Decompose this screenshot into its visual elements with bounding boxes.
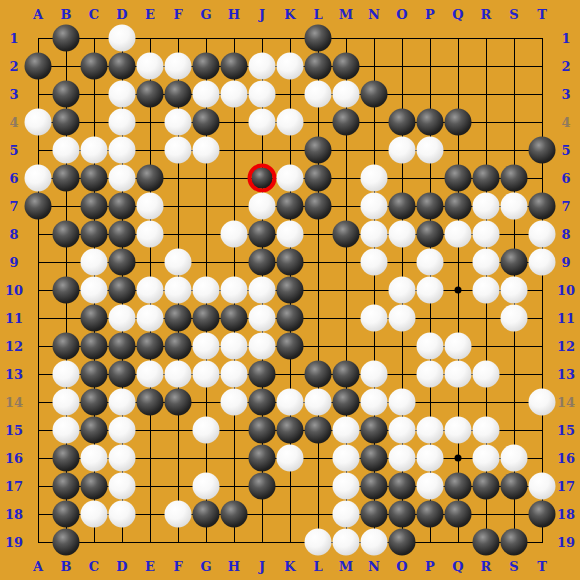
row-label-right: 11 xyxy=(557,312,575,325)
black-stone-C17 xyxy=(81,473,108,500)
intersection-E5[interactable] xyxy=(136,136,164,164)
intersection-N4[interactable] xyxy=(360,108,388,136)
row-label-left: 16 xyxy=(5,452,23,465)
white-stone-H14 xyxy=(221,389,248,416)
intersection-N2[interactable] xyxy=(360,52,388,80)
intersection-S8[interactable] xyxy=(500,220,528,248)
intersection-H15[interactable] xyxy=(220,416,248,444)
intersection-F16[interactable] xyxy=(164,444,192,472)
intersection-Q11[interactable] xyxy=(444,304,472,332)
black-stone-C7 xyxy=(81,193,108,220)
col-label-top: P xyxy=(425,8,435,21)
intersection-J18[interactable] xyxy=(248,500,276,528)
intersection-R12[interactable] xyxy=(472,332,500,360)
white-stone-T9 xyxy=(529,249,556,276)
col-label-top: K xyxy=(284,8,295,21)
black-stone-L15 xyxy=(305,417,332,444)
intersection-L12[interactable] xyxy=(304,332,332,360)
white-stone-B15 xyxy=(53,417,80,444)
intersection-N12[interactable] xyxy=(360,332,388,360)
white-stone-J2 xyxy=(249,53,276,80)
col-label-bottom: E xyxy=(145,560,155,573)
white-stone-C16 xyxy=(81,445,108,472)
intersection-G9[interactable] xyxy=(192,248,220,276)
white-stone-G10 xyxy=(193,277,220,304)
intersection-H7[interactable] xyxy=(220,192,248,220)
white-stone-C18 xyxy=(81,501,108,528)
white-stone-M18 xyxy=(333,501,360,528)
black-stone-H11 xyxy=(221,305,248,332)
black-stone-T18 xyxy=(529,501,556,528)
col-label-top: O xyxy=(396,8,407,21)
intersection-S2[interactable] xyxy=(500,52,528,80)
black-stone-K12 xyxy=(277,333,304,360)
black-stone-T7 xyxy=(529,193,556,220)
intersection-F19[interactable] xyxy=(164,528,192,556)
intersection-N10[interactable] xyxy=(360,276,388,304)
intersection-A3[interactable] xyxy=(24,80,52,108)
intersection-K5[interactable] xyxy=(276,136,304,164)
intersection-O1[interactable] xyxy=(388,24,416,52)
intersection-S5[interactable] xyxy=(500,136,528,164)
intersection-M1[interactable] xyxy=(332,24,360,52)
row-label-right: 19 xyxy=(557,536,575,549)
intersection-F1[interactable] xyxy=(164,24,192,52)
black-stone-Q7 xyxy=(445,193,472,220)
black-stone-L6 xyxy=(305,165,332,192)
row-label-right: 4 xyxy=(561,116,570,129)
white-stone-P10 xyxy=(417,277,444,304)
col-label-top: H xyxy=(228,8,240,21)
intersection-Q2[interactable] xyxy=(444,52,472,80)
row-label-left: 4 xyxy=(9,116,18,129)
white-stone-Q15 xyxy=(445,417,472,444)
col-label-top: A xyxy=(33,8,43,21)
white-stone-L14 xyxy=(305,389,332,416)
intersection-Q1[interactable] xyxy=(444,24,472,52)
black-stone-C2 xyxy=(81,53,108,80)
intersection-Q14[interactable] xyxy=(444,388,472,416)
white-stone-E13 xyxy=(137,361,164,388)
white-stone-Q13 xyxy=(445,361,472,388)
intersection-A11[interactable] xyxy=(24,304,52,332)
intersection-S12[interactable] xyxy=(500,332,528,360)
black-stone-R17 xyxy=(473,473,500,500)
white-stone-M19 xyxy=(333,529,360,556)
intersection-K3[interactable] xyxy=(276,80,304,108)
white-stone-F4 xyxy=(165,109,192,136)
white-stone-R8 xyxy=(473,221,500,248)
white-stone-G13 xyxy=(193,361,220,388)
intersection-N1[interactable] xyxy=(360,24,388,52)
intersection-F17[interactable] xyxy=(164,472,192,500)
white-stone-F5 xyxy=(165,137,192,164)
black-stone-L7 xyxy=(305,193,332,220)
intersection-L9[interactable] xyxy=(304,248,332,276)
intersection-S13[interactable] xyxy=(500,360,528,388)
white-stone-C9 xyxy=(81,249,108,276)
black-stone-M4 xyxy=(333,109,360,136)
intersection-C19[interactable] xyxy=(80,528,108,556)
col-label-bottom: G xyxy=(200,560,211,573)
white-stone-N9 xyxy=(361,249,388,276)
intersection-B7[interactable] xyxy=(52,192,80,220)
intersection-B9[interactable] xyxy=(52,248,80,276)
black-stone-D10 xyxy=(109,277,136,304)
intersection-A1[interactable] xyxy=(24,24,52,52)
white-stone-R9 xyxy=(473,249,500,276)
intersection-T11[interactable] xyxy=(528,304,556,332)
intersection-T16[interactable] xyxy=(528,444,556,472)
intersection-H5[interactable] xyxy=(220,136,248,164)
intersection-E17[interactable] xyxy=(136,472,164,500)
white-stone-P5 xyxy=(417,137,444,164)
white-stone-H3 xyxy=(221,81,248,108)
intersection-F15[interactable] xyxy=(164,416,192,444)
intersection-A12[interactable] xyxy=(24,332,52,360)
white-stone-H12 xyxy=(221,333,248,360)
white-stone-N13 xyxy=(361,361,388,388)
intersection-M11[interactable] xyxy=(332,304,360,332)
intersection-T10[interactable] xyxy=(528,276,556,304)
black-stone-F12 xyxy=(165,333,192,360)
intersection-S3[interactable] xyxy=(500,80,528,108)
white-stone-G12 xyxy=(193,333,220,360)
intersection-J5[interactable] xyxy=(248,136,276,164)
intersection-G1[interactable] xyxy=(192,24,220,52)
row-label-left: 18 xyxy=(5,508,23,521)
intersection-A5[interactable] xyxy=(24,136,52,164)
intersection-A19[interactable] xyxy=(24,528,52,556)
black-stone-F14 xyxy=(165,389,192,416)
intersection-E18[interactable] xyxy=(136,500,164,528)
intersection-R3[interactable] xyxy=(472,80,500,108)
intersection-P14[interactable] xyxy=(416,388,444,416)
intersection-A9[interactable] xyxy=(24,248,52,276)
white-stone-E7 xyxy=(137,193,164,220)
black-stone-B16 xyxy=(53,445,80,472)
intersection-O13[interactable] xyxy=(388,360,416,388)
white-stone-N8 xyxy=(361,221,388,248)
black-stone-N17 xyxy=(361,473,388,500)
col-label-bottom: O xyxy=(396,560,407,573)
intersection-Q19[interactable] xyxy=(444,528,472,556)
intersection-A14[interactable] xyxy=(24,388,52,416)
intersection-B2[interactable] xyxy=(52,52,80,80)
col-label-top: S xyxy=(509,8,518,21)
white-stone-N7 xyxy=(361,193,388,220)
col-label-top: R xyxy=(481,8,492,21)
intersection-D19[interactable] xyxy=(108,528,136,556)
black-stone-J13 xyxy=(249,361,276,388)
intersection-L8[interactable] xyxy=(304,220,332,248)
row-label-right: 13 xyxy=(557,368,575,381)
intersection-P2[interactable] xyxy=(416,52,444,80)
intersection-T3[interactable] xyxy=(528,80,556,108)
col-label-top: G xyxy=(200,8,211,21)
intersection-G19[interactable] xyxy=(192,528,220,556)
intersection-G6[interactable] xyxy=(192,164,220,192)
intersection-K17[interactable] xyxy=(276,472,304,500)
black-stone-M8 xyxy=(333,221,360,248)
intersection-O9[interactable] xyxy=(388,248,416,276)
black-stone-B19 xyxy=(53,529,80,556)
row-label-right: 7 xyxy=(561,200,570,213)
intersection-H4[interactable] xyxy=(220,108,248,136)
intersection-R14[interactable] xyxy=(472,388,500,416)
black-stone-P7 xyxy=(417,193,444,220)
white-stone-S7 xyxy=(501,193,528,220)
row-label-left: 10 xyxy=(5,284,23,297)
col-label-bottom: K xyxy=(284,560,295,573)
intersection-L10[interactable] xyxy=(304,276,332,304)
black-stone-L1 xyxy=(305,25,332,52)
white-stone-D4 xyxy=(109,109,136,136)
white-stone-B13 xyxy=(53,361,80,388)
intersection-T19[interactable] xyxy=(528,528,556,556)
intersection-P19[interactable] xyxy=(416,528,444,556)
intersection-A10[interactable] xyxy=(24,276,52,304)
black-stone-N15 xyxy=(361,417,388,444)
black-stone-J16 xyxy=(249,445,276,472)
row-label-right: 1 xyxy=(561,32,570,45)
white-stone-A4 xyxy=(25,109,52,136)
white-stone-M15 xyxy=(333,417,360,444)
intersection-O12[interactable] xyxy=(388,332,416,360)
intersection-P11[interactable] xyxy=(416,304,444,332)
black-stone-Q18 xyxy=(445,501,472,528)
white-stone-L3 xyxy=(305,81,332,108)
intersection-K1[interactable] xyxy=(276,24,304,52)
intersection-M6[interactable] xyxy=(332,164,360,192)
intersection-O6[interactable] xyxy=(388,164,416,192)
intersection-H9[interactable] xyxy=(220,248,248,276)
row-label-left: 15 xyxy=(5,424,23,437)
white-stone-D6 xyxy=(109,165,136,192)
go-board: AABBCCDDEEFFGGHHJJKKLLMMNNOOPPQQRRSSTT11… xyxy=(0,0,580,580)
intersection-T13[interactable] xyxy=(528,360,556,388)
black-stone-Q4 xyxy=(445,109,472,136)
black-stone-O19 xyxy=(389,529,416,556)
row-label-left: 9 xyxy=(9,256,18,269)
intersection-E19[interactable] xyxy=(136,528,164,556)
intersection-R18[interactable] xyxy=(472,500,500,528)
intersection-J1[interactable] xyxy=(248,24,276,52)
intersection-A8[interactable] xyxy=(24,220,52,248)
white-stone-Q8 xyxy=(445,221,472,248)
intersection-M9[interactable] xyxy=(332,248,360,276)
intersection-K18[interactable] xyxy=(276,500,304,528)
col-label-bottom: H xyxy=(228,560,240,573)
white-stone-D18 xyxy=(109,501,136,528)
black-stone-O18 xyxy=(389,501,416,528)
row-label-right: 2 xyxy=(561,60,570,73)
black-stone-J6-last-move xyxy=(248,164,277,193)
white-stone-J12 xyxy=(249,333,276,360)
intersection-F7[interactable] xyxy=(164,192,192,220)
white-stone-F2 xyxy=(165,53,192,80)
white-stone-B5 xyxy=(53,137,80,164)
intersection-C4[interactable] xyxy=(80,108,108,136)
intersection-E9[interactable] xyxy=(136,248,164,276)
intersection-R5[interactable] xyxy=(472,136,500,164)
white-stone-N14 xyxy=(361,389,388,416)
intersection-C3[interactable] xyxy=(80,80,108,108)
intersection-Q10[interactable] xyxy=(444,276,472,304)
intersection-H1[interactable] xyxy=(220,24,248,52)
white-stone-O10 xyxy=(389,277,416,304)
intersection-H6[interactable] xyxy=(220,164,248,192)
col-label-top: Q xyxy=(452,8,463,21)
intersection-G16[interactable] xyxy=(192,444,220,472)
intersection-H16[interactable] xyxy=(220,444,248,472)
black-stone-N3 xyxy=(361,81,388,108)
intersection-L18[interactable] xyxy=(304,500,332,528)
intersection-A13[interactable] xyxy=(24,360,52,388)
intersection-L11[interactable] xyxy=(304,304,332,332)
intersection-P6[interactable] xyxy=(416,164,444,192)
intersection-K19[interactable] xyxy=(276,528,304,556)
intersection-F6[interactable] xyxy=(164,164,192,192)
black-stone-T5 xyxy=(529,137,556,164)
intersection-M5[interactable] xyxy=(332,136,360,164)
white-stone-S10 xyxy=(501,277,528,304)
intersection-G14[interactable] xyxy=(192,388,220,416)
intersection-A15[interactable] xyxy=(24,416,52,444)
row-label-left: 7 xyxy=(9,200,18,213)
black-stone-B12 xyxy=(53,333,80,360)
intersection-K13[interactable] xyxy=(276,360,304,388)
black-stone-N18 xyxy=(361,501,388,528)
row-label-right: 8 xyxy=(561,228,570,241)
white-stone-P15 xyxy=(417,417,444,444)
intersection-L17[interactable] xyxy=(304,472,332,500)
col-label-bottom: P xyxy=(425,560,435,573)
white-stone-H8 xyxy=(221,221,248,248)
intersection-R1[interactable] xyxy=(472,24,500,52)
white-stone-R16 xyxy=(473,445,500,472)
intersection-H17[interactable] xyxy=(220,472,248,500)
intersection-F8[interactable] xyxy=(164,220,192,248)
intersection-Q5[interactable] xyxy=(444,136,472,164)
row-label-right: 5 xyxy=(561,144,570,157)
intersection-R2[interactable] xyxy=(472,52,500,80)
black-stone-C15 xyxy=(81,417,108,444)
white-stone-D15 xyxy=(109,417,136,444)
white-stone-C5 xyxy=(81,137,108,164)
black-stone-C8 xyxy=(81,221,108,248)
intersection-P3[interactable] xyxy=(416,80,444,108)
black-stone-C12 xyxy=(81,333,108,360)
intersection-A17[interactable] xyxy=(24,472,52,500)
black-stone-D12 xyxy=(109,333,136,360)
row-label-right: 3 xyxy=(561,88,570,101)
intersection-E4[interactable] xyxy=(136,108,164,136)
col-label-bottom: Q xyxy=(452,560,463,573)
intersection-S1[interactable] xyxy=(500,24,528,52)
white-stone-N11 xyxy=(361,305,388,332)
intersection-S14[interactable] xyxy=(500,388,528,416)
intersection-T15[interactable] xyxy=(528,416,556,444)
intersection-L4[interactable] xyxy=(304,108,332,136)
black-stone-D13 xyxy=(109,361,136,388)
intersection-L16[interactable] xyxy=(304,444,332,472)
intersection-E16[interactable] xyxy=(136,444,164,472)
white-stone-O5 xyxy=(389,137,416,164)
intersection-H19[interactable] xyxy=(220,528,248,556)
intersection-C1[interactable] xyxy=(80,24,108,52)
col-label-top: F xyxy=(173,8,182,21)
black-stone-F11 xyxy=(165,305,192,332)
intersection-N5[interactable] xyxy=(360,136,388,164)
black-stone-N16 xyxy=(361,445,388,472)
intersection-P1[interactable] xyxy=(416,24,444,52)
intersection-A18[interactable] xyxy=(24,500,52,528)
row-label-left: 6 xyxy=(9,172,18,185)
intersection-A16[interactable] xyxy=(24,444,52,472)
intersection-S18[interactable] xyxy=(500,500,528,528)
col-label-top: N xyxy=(368,8,380,21)
intersection-T12[interactable] xyxy=(528,332,556,360)
black-stone-M13 xyxy=(333,361,360,388)
intersection-M12[interactable] xyxy=(332,332,360,360)
black-stone-J9 xyxy=(249,249,276,276)
intersection-G7[interactable] xyxy=(192,192,220,220)
intersection-T2[interactable] xyxy=(528,52,556,80)
intersection-T1[interactable] xyxy=(528,24,556,52)
intersection-S4[interactable] xyxy=(500,108,528,136)
intersection-M10[interactable] xyxy=(332,276,360,304)
intersection-T4[interactable] xyxy=(528,108,556,136)
black-stone-B17 xyxy=(53,473,80,500)
col-label-top: M xyxy=(339,8,353,21)
white-stone-H13 xyxy=(221,361,248,388)
white-stone-L19 xyxy=(305,529,332,556)
intersection-G8[interactable] xyxy=(192,220,220,248)
black-stone-A2 xyxy=(25,53,52,80)
white-stone-G3 xyxy=(193,81,220,108)
intersection-T6[interactable] xyxy=(528,164,556,192)
intersection-E1[interactable] xyxy=(136,24,164,52)
col-label-bottom: J xyxy=(259,560,265,573)
intersection-O3[interactable] xyxy=(388,80,416,108)
intersection-R4[interactable] xyxy=(472,108,500,136)
row-label-right: 12 xyxy=(557,340,575,353)
intersection-S15[interactable] xyxy=(500,416,528,444)
intersection-O2[interactable] xyxy=(388,52,416,80)
intersection-J19[interactable] xyxy=(248,528,276,556)
intersection-R11[interactable] xyxy=(472,304,500,332)
col-label-top: E xyxy=(145,8,155,21)
white-stone-S11 xyxy=(501,305,528,332)
white-stone-E8 xyxy=(137,221,164,248)
intersection-M7[interactable] xyxy=(332,192,360,220)
white-stone-T8 xyxy=(529,221,556,248)
col-label-top: B xyxy=(61,8,72,21)
intersection-Q9[interactable] xyxy=(444,248,472,276)
intersection-Q16[interactable] xyxy=(444,444,472,472)
white-stone-D11 xyxy=(109,305,136,332)
intersection-B11[interactable] xyxy=(52,304,80,332)
white-stone-J4 xyxy=(249,109,276,136)
black-stone-P4 xyxy=(417,109,444,136)
black-stone-F3 xyxy=(165,81,192,108)
intersection-Q3[interactable] xyxy=(444,80,472,108)
intersection-E15[interactable] xyxy=(136,416,164,444)
white-stone-O16 xyxy=(389,445,416,472)
black-stone-C6 xyxy=(81,165,108,192)
row-label-right: 6 xyxy=(561,172,570,185)
